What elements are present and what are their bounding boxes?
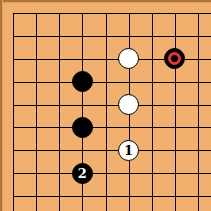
go-board: 12	[0, 0, 211, 211]
board-edge-left	[0, 0, 3, 211]
circle-mark-icon	[168, 52, 181, 65]
stone-black-marked	[164, 48, 185, 69]
board-edge-top	[0, 0, 211, 3]
stone-black	[72, 117, 93, 138]
stone-black-move-2: 2	[72, 163, 93, 184]
stone-white-move-1: 1	[118, 140, 139, 161]
stones-layer: 12	[1, 2, 209, 208]
go-diagram: 12	[0, 0, 211, 211]
move-number-label: 2	[78, 166, 87, 179]
stone-white	[118, 94, 139, 115]
stone-white	[118, 48, 139, 69]
move-number-label: 1	[124, 143, 133, 156]
stone-black	[72, 71, 93, 92]
